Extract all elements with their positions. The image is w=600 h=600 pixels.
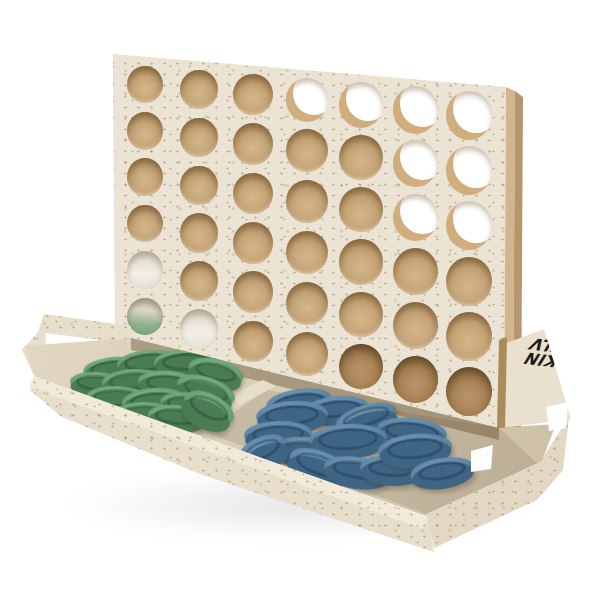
board-hole-r4c2 bbox=[180, 213, 218, 253]
board-hole-r4c4 bbox=[286, 231, 327, 275]
board-hole-r4c5 bbox=[339, 239, 382, 284]
board-hole-r6c1 bbox=[127, 298, 163, 336]
board-hole-r1c3 bbox=[233, 74, 273, 116]
board-hole-r2c2 bbox=[180, 118, 218, 158]
board-hole-r4c3 bbox=[233, 222, 273, 264]
board-hole-r5c2 bbox=[180, 261, 218, 301]
board-hole-r3c4 bbox=[286, 180, 327, 224]
board-hole-r2c3 bbox=[233, 123, 273, 165]
board-hole-r6c2 bbox=[180, 309, 218, 349]
connect-four-product-photo: KIN ELV bbox=[0, 0, 600, 600]
board-hole-r2c5 bbox=[339, 135, 382, 180]
board-hole-r3c1 bbox=[127, 158, 163, 196]
board-hole-r6c4 bbox=[286, 332, 327, 376]
board-hole-r6c3 bbox=[233, 321, 273, 363]
board-hole-r4c7 bbox=[446, 257, 493, 306]
board-hole-r3c5 bbox=[339, 187, 382, 232]
board-hole-r1c2 bbox=[180, 70, 218, 110]
board-hole-r4c6 bbox=[393, 248, 438, 295]
board-hole-r5c4 bbox=[286, 282, 327, 326]
board-hole-r1c1 bbox=[127, 66, 163, 104]
board-hole-r2c4 bbox=[286, 129, 327, 173]
board-hole-r1c6 bbox=[393, 86, 438, 133]
board-hole-r5c7 bbox=[446, 312, 493, 361]
board-hole-r6c5 bbox=[339, 344, 382, 389]
board-hole-r5c6 bbox=[393, 302, 438, 349]
board-hole-r3c7 bbox=[446, 201, 493, 250]
board-hole-r5c1 bbox=[127, 251, 163, 289]
board-hole-r5c3 bbox=[233, 271, 273, 313]
board-hole-r3c6 bbox=[393, 194, 438, 241]
board-hole-r1c7 bbox=[446, 91, 493, 140]
board-hole-r2c7 bbox=[446, 146, 493, 195]
board-hole-r3c2 bbox=[180, 166, 218, 206]
board-hole-r2c6 bbox=[393, 140, 438, 187]
board-hole-r4c1 bbox=[127, 205, 163, 243]
board-hole-r6c7 bbox=[446, 367, 493, 416]
board-hole-r1c5 bbox=[339, 82, 382, 127]
board-hole-r5c5 bbox=[339, 292, 382, 337]
board-hole-r6c6 bbox=[393, 356, 438, 403]
board-hole-r3c3 bbox=[233, 173, 273, 215]
board-hole-r1c4 bbox=[286, 78, 327, 122]
board-hole-r2c1 bbox=[127, 112, 163, 150]
